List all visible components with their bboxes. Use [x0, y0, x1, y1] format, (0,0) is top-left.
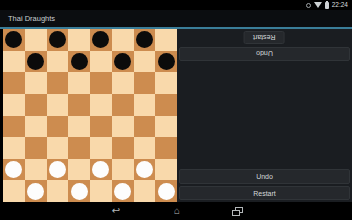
board-square[interactable] — [112, 51, 134, 73]
app-screen: 22:24 Thai Draughts Restart Undo Undo Re… — [0, 0, 352, 220]
board-square[interactable] — [134, 116, 156, 138]
black-piece[interactable] — [27, 53, 44, 70]
board-square[interactable] — [25, 180, 47, 202]
battery-icon — [325, 2, 329, 9]
white-piece[interactable] — [27, 183, 44, 200]
board-square[interactable] — [134, 51, 156, 73]
board-square[interactable] — [25, 29, 47, 51]
black-piece[interactable] — [5, 31, 22, 48]
status-bar: 22:24 — [0, 0, 352, 10]
wifi-icon — [314, 2, 322, 8]
black-piece[interactable] — [136, 31, 153, 48]
board-square[interactable] — [25, 137, 47, 159]
board-square[interactable] — [3, 180, 25, 202]
board-square[interactable] — [112, 94, 134, 116]
board-square[interactable] — [112, 72, 134, 94]
board-square[interactable] — [112, 159, 134, 181]
black-piece[interactable] — [71, 53, 88, 70]
board-square[interactable] — [3, 29, 25, 51]
board-square[interactable] — [47, 94, 69, 116]
board-square[interactable] — [155, 159, 177, 181]
board-square[interactable] — [68, 116, 90, 138]
board-square[interactable] — [47, 116, 69, 138]
android-nav-bar: ↩ ⌂ — [0, 202, 352, 220]
home-icon[interactable]: ⌂ — [171, 206, 184, 216]
board-square[interactable] — [155, 180, 177, 202]
board-square[interactable] — [134, 29, 156, 51]
board-square[interactable] — [134, 137, 156, 159]
board-square[interactable] — [112, 29, 134, 51]
app-title: Thai Draughts — [8, 14, 55, 23]
board-square[interactable] — [47, 51, 69, 73]
board-square[interactable] — [3, 159, 25, 181]
black-piece[interactable] — [158, 53, 175, 70]
board-square[interactable] — [155, 116, 177, 138]
recents-rect-front — [232, 210, 240, 216]
board-square[interactable] — [155, 94, 177, 116]
board-square[interactable] — [25, 116, 47, 138]
board-square[interactable] — [134, 159, 156, 181]
white-piece[interactable] — [92, 161, 109, 178]
white-piece[interactable] — [136, 161, 153, 178]
board-square[interactable] — [68, 29, 90, 51]
board-square[interactable] — [90, 29, 112, 51]
restart-button[interactable]: Restart — [179, 186, 350, 200]
board-square[interactable] — [47, 159, 69, 181]
board-square[interactable] — [134, 180, 156, 202]
board-square[interactable] — [68, 94, 90, 116]
board-square[interactable] — [68, 180, 90, 202]
white-piece[interactable] — [158, 183, 175, 200]
board-square[interactable] — [90, 180, 112, 202]
board-square[interactable] — [3, 137, 25, 159]
board-square[interactable] — [90, 51, 112, 73]
board-square[interactable] — [112, 137, 134, 159]
board-square[interactable] — [68, 137, 90, 159]
undo-button-top-inverted[interactable]: Undo — [179, 47, 350, 61]
board-square[interactable] — [134, 72, 156, 94]
board-square[interactable] — [68, 72, 90, 94]
board-square[interactable] — [90, 94, 112, 116]
restart-button-top-inverted[interactable]: Restart — [244, 31, 285, 44]
board-square[interactable] — [155, 72, 177, 94]
board-square[interactable] — [25, 159, 47, 181]
white-piece[interactable] — [114, 183, 131, 200]
board-square[interactable] — [3, 116, 25, 138]
board-square[interactable] — [25, 94, 47, 116]
board-square[interactable] — [3, 94, 25, 116]
board-square[interactable] — [3, 72, 25, 94]
board-square[interactable] — [90, 72, 112, 94]
board-square[interactable] — [155, 51, 177, 73]
board-square[interactable] — [155, 137, 177, 159]
board-square[interactable] — [112, 116, 134, 138]
white-piece[interactable] — [49, 161, 66, 178]
board-square[interactable] — [47, 180, 69, 202]
board-square[interactable] — [47, 29, 69, 51]
alarm-icon — [306, 3, 311, 8]
board-square[interactable] — [68, 159, 90, 181]
draughts-board[interactable] — [3, 29, 177, 202]
side-panel: Restart Undo Undo Restart — [177, 29, 352, 202]
black-piece[interactable] — [114, 53, 131, 70]
white-piece[interactable] — [71, 183, 88, 200]
status-time: 22:24 — [332, 0, 348, 10]
board-square[interactable] — [3, 51, 25, 73]
board-square[interactable] — [68, 51, 90, 73]
recents-icon[interactable] — [232, 207, 243, 216]
undo-button[interactable]: Undo — [179, 169, 350, 184]
board-square[interactable] — [155, 29, 177, 51]
black-piece[interactable] — [49, 31, 66, 48]
board-square[interactable] — [90, 159, 112, 181]
board-square[interactable] — [47, 72, 69, 94]
board-square[interactable] — [134, 94, 156, 116]
white-piece[interactable] — [5, 161, 22, 178]
board-square[interactable] — [90, 137, 112, 159]
board-square[interactable] — [47, 137, 69, 159]
board-square[interactable] — [25, 72, 47, 94]
black-piece[interactable] — [92, 31, 109, 48]
board-square[interactable] — [25, 51, 47, 73]
board-square[interactable] — [112, 180, 134, 202]
back-icon[interactable]: ↩ — [110, 206, 123, 216]
board-square[interactable] — [90, 116, 112, 138]
action-bar: Thai Draughts — [0, 10, 352, 29]
